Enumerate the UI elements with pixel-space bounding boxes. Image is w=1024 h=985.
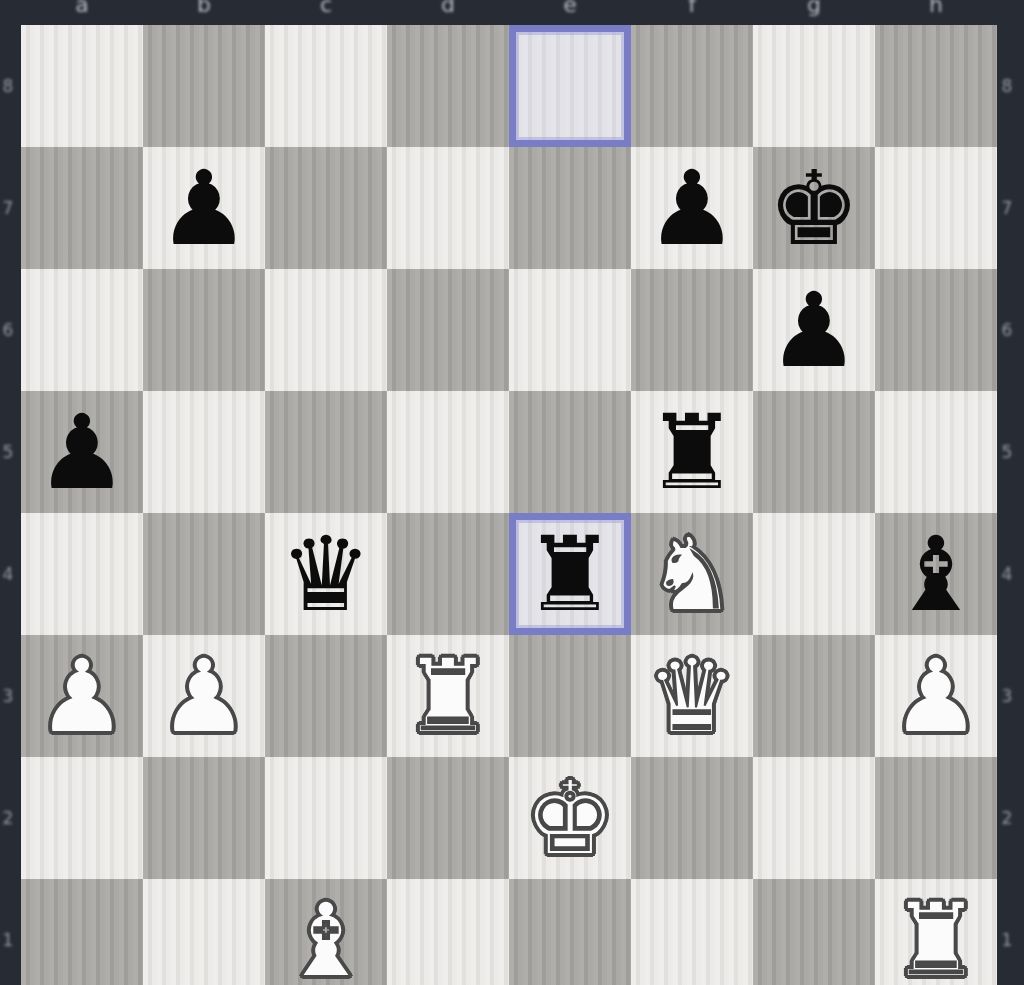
square-h1[interactable]: ♜: [875, 879, 997, 985]
square-e7[interactable]: [509, 147, 631, 269]
square-c5[interactable]: [265, 391, 387, 513]
black-pawn-f7[interactable]: ♟: [631, 147, 753, 269]
black-pawn-a5[interactable]: ♟: [21, 391, 143, 513]
square-b2[interactable]: [143, 757, 265, 879]
square-h6[interactable]: [875, 269, 997, 391]
square-d1[interactable]: [387, 879, 509, 985]
file-label-e: e: [509, 0, 631, 18]
white-pawn-b3[interactable]: ♟: [143, 635, 265, 757]
square-d3[interactable]: ♜: [387, 635, 509, 757]
rank-label-right-7: 7: [996, 147, 1018, 269]
black-rook-e4[interactable]: ♜: [509, 513, 631, 635]
square-d6[interactable]: [387, 269, 509, 391]
square-a2[interactable]: [21, 757, 143, 879]
square-g6[interactable]: ♟: [753, 269, 875, 391]
square-b1[interactable]: [143, 879, 265, 985]
square-d4[interactable]: [387, 513, 509, 635]
rank-label-left-3: 3: [0, 635, 19, 757]
file-label-d: d: [387, 0, 509, 18]
black-pawn-g6[interactable]: ♟: [753, 269, 875, 391]
square-c3[interactable]: [265, 635, 387, 757]
black-rook-f5[interactable]: ♜: [631, 391, 753, 513]
rank-label-right-8: 8: [996, 25, 1018, 147]
square-g7[interactable]: ♚: [753, 147, 875, 269]
square-h7[interactable]: [875, 147, 997, 269]
square-c8[interactable]: [265, 25, 387, 147]
square-h4[interactable]: ♝: [875, 513, 997, 635]
rank-label-left-6: 6: [0, 269, 19, 391]
square-e5[interactable]: [509, 391, 631, 513]
rank-label-right-2: 2: [996, 757, 1018, 879]
square-b8[interactable]: [143, 25, 265, 147]
square-f7[interactable]: ♟: [631, 147, 753, 269]
square-g1[interactable]: [753, 879, 875, 985]
square-a1[interactable]: [21, 879, 143, 985]
white-knight-f4[interactable]: ♞: [631, 513, 753, 635]
square-b6[interactable]: [143, 269, 265, 391]
black-pawn-b7[interactable]: ♟: [143, 147, 265, 269]
rank-label-left-5: 5: [0, 391, 19, 513]
square-h8[interactable]: [875, 25, 997, 147]
white-rook-h1[interactable]: ♜: [875, 879, 997, 985]
square-b5[interactable]: [143, 391, 265, 513]
square-d2[interactable]: [387, 757, 509, 879]
square-g2[interactable]: [753, 757, 875, 879]
square-a6[interactable]: [21, 269, 143, 391]
square-e8[interactable]: [509, 25, 631, 147]
square-e4[interactable]: ♜: [509, 513, 631, 635]
square-f1[interactable]: [631, 879, 753, 985]
white-queen-f3[interactable]: ♛: [631, 635, 753, 757]
white-king-e2[interactable]: ♚: [509, 757, 631, 879]
square-f4[interactable]: ♞: [631, 513, 753, 635]
rank-label-right-3: 3: [996, 635, 1018, 757]
square-d8[interactable]: [387, 25, 509, 147]
square-f2[interactable]: [631, 757, 753, 879]
black-bishop-h4[interactable]: ♝: [875, 513, 997, 635]
rank-label-right-6: 6: [996, 269, 1018, 391]
square-c1[interactable]: ♝: [265, 879, 387, 985]
white-rook-d3[interactable]: ♜: [387, 635, 509, 757]
file-label-g: g: [753, 0, 875, 18]
app-background: { "game": "chess", "position": { "fen": …: [0, 0, 1024, 985]
square-c4[interactable]: ♛: [265, 513, 387, 635]
square-f5[interactable]: ♜: [631, 391, 753, 513]
rank-label-left-7: 7: [0, 147, 19, 269]
square-a7[interactable]: [21, 147, 143, 269]
square-h5[interactable]: [875, 391, 997, 513]
chess-board: ♟♟♚♟♟♜♛♜♞♝♟♟♜♛♟♚♝♜: [21, 25, 997, 985]
rank-label-right-4: 4: [996, 513, 1018, 635]
square-b3[interactable]: ♟: [143, 635, 265, 757]
square-g4[interactable]: [753, 513, 875, 635]
rank-label-left-2: 2: [0, 757, 19, 879]
square-h2[interactable]: [875, 757, 997, 879]
square-h3[interactable]: ♟: [875, 635, 997, 757]
square-a4[interactable]: [21, 513, 143, 635]
square-a5[interactable]: ♟: [21, 391, 143, 513]
square-a8[interactable]: [21, 25, 143, 147]
square-e1[interactable]: [509, 879, 631, 985]
rank-label-right-1: 1: [996, 879, 1018, 985]
rank-label-right-5: 5: [996, 391, 1018, 513]
file-label-c: c: [265, 0, 387, 18]
file-label-h: h: [875, 0, 997, 18]
square-c6[interactable]: [265, 269, 387, 391]
rank-label-left-4: 4: [0, 513, 19, 635]
square-d7[interactable]: [387, 147, 509, 269]
square-c2[interactable]: [265, 757, 387, 879]
square-g3[interactable]: [753, 635, 875, 757]
square-d5[interactable]: [387, 391, 509, 513]
square-e6[interactable]: [509, 269, 631, 391]
rank-label-left-1: 1: [0, 879, 19, 985]
square-f3[interactable]: ♛: [631, 635, 753, 757]
square-b4[interactable]: [143, 513, 265, 635]
square-b7[interactable]: ♟: [143, 147, 265, 269]
file-label-b: b: [143, 0, 265, 18]
file-label-a: a: [21, 0, 143, 18]
square-g5[interactable]: [753, 391, 875, 513]
square-f6[interactable]: [631, 269, 753, 391]
square-f8[interactable]: [631, 25, 753, 147]
black-king-g7[interactable]: ♚: [753, 147, 875, 269]
square-a3[interactable]: ♟: [21, 635, 143, 757]
square-c7[interactable]: [265, 147, 387, 269]
file-label-f: f: [631, 0, 753, 18]
white-bishop-c1[interactable]: ♝: [265, 879, 387, 985]
white-pawn-a3[interactable]: ♟: [21, 635, 143, 757]
black-queen-c4[interactable]: ♛: [265, 513, 387, 635]
rank-label-left-8: 8: [0, 25, 19, 147]
square-e2[interactable]: ♚: [509, 757, 631, 879]
square-e3[interactable]: [509, 635, 631, 757]
square-g8[interactable]: [753, 25, 875, 147]
white-pawn-h3[interactable]: ♟: [875, 635, 997, 757]
